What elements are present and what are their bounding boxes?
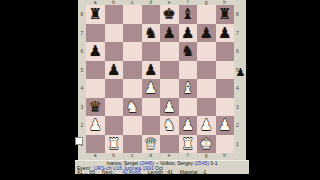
square-g1: ♚ xyxy=(197,135,216,154)
square-a5 xyxy=(86,61,105,80)
square-c7 xyxy=(123,24,142,43)
square-g4 xyxy=(197,79,216,98)
rank-label-4: 4 xyxy=(78,79,86,98)
square-d4: ♟ xyxy=(142,79,161,98)
white-pawn-f2: ♟ xyxy=(179,116,198,135)
file-label-b: b xyxy=(105,153,124,160)
white-pawn-e3: ♟ xyxy=(160,98,179,117)
square-f8: ♝ xyxy=(179,5,198,24)
black-pawn-e7: ♟ xyxy=(160,24,179,43)
text-segment: 41 ... b5 xyxy=(77,170,95,174)
square-c3: ♞ xyxy=(123,98,142,117)
square-h6 xyxy=(216,42,235,61)
rank-label-2: 2 xyxy=(78,116,86,135)
square-f2: ♟ xyxy=(179,116,198,135)
square-g6 xyxy=(197,42,216,61)
square-h4 xyxy=(216,79,235,98)
rank-label-8: 8 xyxy=(78,5,86,24)
square-h5 xyxy=(216,61,235,80)
square-c8 xyxy=(123,5,142,24)
square-g8 xyxy=(197,5,216,24)
rank-label-8: 8 xyxy=(234,5,246,24)
video-frame: abcdefgh 87654321 ♜♚♝♜♞♟♟♟♟♟♞♟♟♟♝♛♞♟♟♞♟♟… xyxy=(0,0,320,180)
square-a8: ♜ xyxy=(86,5,105,24)
square-b7 xyxy=(105,24,124,43)
square-b1: ♜ xyxy=(105,135,124,154)
square-c6 xyxy=(123,42,142,61)
white-bishop-f4: ♝ xyxy=(179,79,198,98)
square-a2: ♟ xyxy=(86,116,105,135)
square-f3 xyxy=(179,98,198,117)
black-knight-f6: ♞ xyxy=(179,42,198,61)
square-f4: ♝ xyxy=(179,79,198,98)
black-king-e8: ♚ xyxy=(160,5,179,24)
square-c2 xyxy=(123,116,142,135)
file-label-g: g xyxy=(197,153,216,160)
black-bishop-f8: ♝ xyxy=(179,5,198,24)
rank-label-5: 5 xyxy=(78,61,86,80)
file-labels-bottom: abcdefgh xyxy=(86,153,234,160)
square-e6 xyxy=(160,42,179,61)
file-label-a: a xyxy=(86,153,105,160)
square-f1: ♜ xyxy=(179,135,198,154)
square-d2 xyxy=(142,116,161,135)
file-label-h: h xyxy=(216,153,235,160)
square-e7: ♟ xyxy=(160,24,179,43)
rank-label-1: 1 xyxy=(234,135,246,154)
board-panel: abcdefgh 87654321 ♜♚♝♜♞♟♟♟♟♟♞♟♟♟♝♛♞♟♟♞♟♟… xyxy=(78,0,246,160)
square-h1 xyxy=(216,135,235,154)
square-g7: ♟ xyxy=(197,24,216,43)
square-h3 xyxy=(216,98,235,117)
file-label-f: f xyxy=(179,153,198,160)
square-e2: ♞ xyxy=(160,116,179,135)
chess-board: ♜♚♝♜♞♟♟♟♟♟♞♟♟♟♝♛♞♟♟♞♟♟♟♜♛♜♚ xyxy=(86,5,234,153)
square-h7: ♟ xyxy=(216,24,235,43)
white-queen-d1: ♛ xyxy=(142,135,161,154)
square-h2: ♟ xyxy=(216,116,235,135)
square-b2 xyxy=(105,116,124,135)
square-b5: ♟ xyxy=(105,61,124,80)
square-b8 xyxy=(105,5,124,24)
file-label-c: c xyxy=(123,153,142,160)
white-knight-e2: ♞ xyxy=(160,116,179,135)
text-segment: Length : 41 xyxy=(148,170,173,174)
square-f6: ♞ xyxy=(179,42,198,61)
square-d8 xyxy=(142,5,161,24)
square-f7: ♟ xyxy=(179,24,198,43)
square-d5: ♟ xyxy=(142,61,161,80)
square-e5 xyxy=(160,61,179,80)
square-d1: ♛ xyxy=(142,135,161,154)
square-b4 xyxy=(105,79,124,98)
rank-label-3: 3 xyxy=(78,98,86,117)
material-indicator-black-pawn: ♟ xyxy=(235,64,246,82)
square-d3 xyxy=(142,98,161,117)
white-rook-f1: ♜ xyxy=(179,135,198,154)
square-b3 xyxy=(105,98,124,117)
square-d7: ♞ xyxy=(142,24,161,43)
black-pawn-g7: ♟ xyxy=(197,24,216,43)
white-knight-c3: ♞ xyxy=(123,98,142,117)
black-queen-a3: ♛ xyxy=(86,98,105,117)
square-g5 xyxy=(197,61,216,80)
square-e1 xyxy=(160,135,179,154)
rank-label-7: 7 xyxy=(78,24,86,43)
white-pawn-d4: ♟ xyxy=(142,79,161,98)
black-pawn-b5: ♟ xyxy=(105,61,124,80)
black-rook-a8: ♜ xyxy=(86,5,105,24)
square-d6 xyxy=(142,42,161,61)
rank-label-6: 6 xyxy=(234,42,246,61)
square-h8: ♜ xyxy=(216,5,235,24)
square-b6 xyxy=(105,42,124,61)
square-a1 xyxy=(86,135,105,154)
text-segment: Next : xyxy=(102,170,115,174)
rank-label-2: 2 xyxy=(234,116,246,135)
square-c4 xyxy=(123,79,142,98)
square-a6: ♟ xyxy=(86,42,105,61)
square-c1 xyxy=(123,135,142,154)
square-e8: ♚ xyxy=(160,5,179,24)
move-status-line: 41 ... b5Next : 42.Rxb5Length : 41Materi… xyxy=(75,170,249,174)
black-pawn-f7: ♟ xyxy=(179,24,198,43)
rank-label-6: 6 xyxy=(78,42,86,61)
text-segment: 42.Rxb5 xyxy=(122,170,141,174)
rank-labels-left: 87654321 xyxy=(78,5,86,153)
square-e4 xyxy=(160,79,179,98)
square-a7 xyxy=(86,24,105,43)
square-c5 xyxy=(123,61,142,80)
white-pawn-h2: ♟ xyxy=(216,116,235,135)
rank-label-7: 7 xyxy=(234,24,246,43)
black-knight-d7: ♞ xyxy=(142,24,161,43)
text-segment: Material : -1 xyxy=(180,170,206,174)
black-pawn-h7: ♟ xyxy=(216,24,235,43)
white-pawn-a2: ♟ xyxy=(86,116,105,135)
square-a4 xyxy=(86,79,105,98)
white-king-g1: ♚ xyxy=(197,135,216,154)
square-e3: ♟ xyxy=(160,98,179,117)
rank-label-3: 3 xyxy=(234,98,246,117)
file-label-d: d xyxy=(142,153,161,160)
square-a3: ♛ xyxy=(86,98,105,117)
square-f5 xyxy=(179,61,198,80)
white-rook-b1: ♜ xyxy=(105,135,124,154)
file-label-e: e xyxy=(160,153,179,160)
black-pawn-a6: ♟ xyxy=(86,42,105,61)
black-rook-h8: ♜ xyxy=(216,5,235,24)
game-info-panel: Ivanov, Sergei (2445) -- Volkov, Sergey … xyxy=(75,160,249,174)
square-g2: ♟ xyxy=(197,116,216,135)
black-pawn-d5: ♟ xyxy=(142,61,161,80)
white-to-move-indicator xyxy=(75,137,83,145)
square-g3 xyxy=(197,98,216,117)
white-pawn-g2: ♟ xyxy=(197,116,216,135)
